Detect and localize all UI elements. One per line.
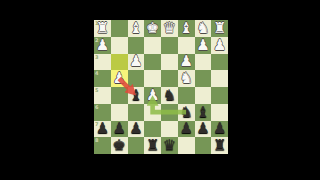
letterbox-bottom — [94, 154, 228, 180]
square-h8[interactable]: 8 — [94, 137, 111, 154]
white-pawn-g4[interactable]: ♟ — [111, 70, 128, 87]
square-a1[interactable]: ♜ — [211, 20, 228, 37]
square-a8[interactable]: ♜ — [211, 137, 228, 154]
square-h5[interactable]: 5 — [94, 87, 111, 104]
black-bishop-f5[interactable]: ♝ — [128, 87, 145, 104]
square-c3[interactable]: ♟ — [178, 54, 195, 71]
square-g2[interactable] — [111, 37, 128, 54]
square-e2[interactable] — [144, 37, 161, 54]
white-king-e1[interactable]: ♚ — [144, 20, 161, 37]
square-a3[interactable] — [211, 54, 228, 71]
square-d1[interactable]: ♛ — [161, 20, 178, 37]
square-b2[interactable]: ♟ — [195, 37, 212, 54]
square-a2[interactable]: ♟ — [211, 37, 228, 54]
black-bishop-b6[interactable]: ♝ — [195, 104, 212, 121]
square-f2[interactable] — [128, 37, 145, 54]
black-pawn-g7[interactable]: ♟ — [111, 121, 128, 138]
square-h4[interactable]: 4 — [94, 70, 111, 87]
square-h7[interactable]: 7♟ — [94, 121, 111, 138]
white-knight-b1[interactable]: ♞ — [195, 20, 212, 37]
white-pawn-h2[interactable]: ♟ — [94, 37, 111, 54]
square-f4[interactable] — [128, 70, 145, 87]
square-g6[interactable] — [111, 104, 128, 121]
square-c7[interactable]: ♟ — [178, 121, 195, 138]
square-b1[interactable]: ♞ — [195, 20, 212, 37]
square-d5[interactable]: ♞ — [161, 87, 178, 104]
square-e8[interactable]: ♜ — [144, 137, 161, 154]
white-knight-c4[interactable]: ♞ — [178, 70, 195, 87]
white-queen-d1[interactable]: ♛ — [161, 20, 178, 37]
square-f7[interactable]: ♟ — [128, 121, 145, 138]
square-h1[interactable]: 1♜ — [94, 20, 111, 37]
square-d3[interactable] — [161, 54, 178, 71]
square-g1[interactable] — [111, 20, 128, 37]
square-f8[interactable] — [128, 137, 145, 154]
rank-label: 4 — [95, 70, 98, 76]
square-d6[interactable] — [161, 104, 178, 121]
square-h2[interactable]: 2♟ — [94, 37, 111, 54]
square-b8[interactable] — [195, 137, 212, 154]
square-f1[interactable]: ♝ — [128, 20, 145, 37]
white-bishop-f1[interactable]: ♝ — [128, 20, 145, 37]
square-c4[interactable]: ♞ — [178, 70, 195, 87]
square-g3[interactable] — [111, 54, 128, 71]
square-d4[interactable] — [161, 70, 178, 87]
square-c1[interactable]: ♝ — [178, 20, 195, 37]
square-c6[interactable]: ♞ — [178, 104, 195, 121]
square-e4[interactable] — [144, 70, 161, 87]
square-e7[interactable] — [144, 121, 161, 138]
black-knight-c6[interactable]: ♞ — [178, 104, 195, 121]
square-e6[interactable] — [144, 104, 161, 121]
square-f6[interactable] — [128, 104, 145, 121]
white-pawn-b2[interactable]: ♟ — [195, 37, 212, 54]
letterbox-left — [0, 0, 94, 180]
square-f5[interactable]: ♝ — [128, 87, 145, 104]
square-g4[interactable]: ♟ — [111, 70, 128, 87]
video-frame: 1♜♝♚♛♝♞♜2♟♟♟3♟♟4♟♞5♝♟♞6♞♝7♟♟♟♟♟♟8♚♜♛♜ — [0, 0, 320, 180]
square-c8[interactable] — [178, 137, 195, 154]
black-rook-e8[interactable]: ♜ — [144, 137, 161, 154]
letterbox-top — [94, 0, 228, 20]
black-knight-d5[interactable]: ♞ — [161, 87, 178, 104]
white-rook-a1[interactable]: ♜ — [211, 20, 228, 37]
square-b5[interactable] — [195, 87, 212, 104]
white-pawn-e5[interactable]: ♟ — [144, 87, 161, 104]
black-queen-d8[interactable]: ♛ — [161, 137, 178, 154]
square-b7[interactable]: ♟ — [195, 121, 212, 138]
rank-label: 6 — [95, 104, 98, 110]
white-rook-h1[interactable]: ♜ — [94, 20, 111, 37]
square-a7[interactable]: ♟ — [211, 121, 228, 138]
square-c5[interactable] — [178, 87, 195, 104]
white-pawn-c3[interactable]: ♟ — [178, 54, 195, 71]
square-a4[interactable] — [211, 70, 228, 87]
square-b4[interactable] — [195, 70, 212, 87]
square-g5[interactable] — [111, 87, 128, 104]
square-g7[interactable]: ♟ — [111, 121, 128, 138]
square-e3[interactable] — [144, 54, 161, 71]
square-a6[interactable] — [211, 104, 228, 121]
black-king-g8[interactable]: ♚ — [111, 137, 128, 154]
black-pawn-f7[interactable]: ♟ — [128, 121, 145, 138]
square-b3[interactable] — [195, 54, 212, 71]
rank-label: 3 — [95, 54, 98, 60]
black-pawn-b7[interactable]: ♟ — [195, 121, 212, 138]
square-d7[interactable] — [161, 121, 178, 138]
square-f3[interactable]: ♟ — [128, 54, 145, 71]
chess-board[interactable]: 1♜♝♚♛♝♞♜2♟♟♟3♟♟4♟♞5♝♟♞6♞♝7♟♟♟♟♟♟8♚♜♛♜ — [94, 20, 228, 154]
square-c2[interactable] — [178, 37, 195, 54]
black-pawn-c7[interactable]: ♟ — [178, 121, 195, 138]
white-pawn-a2[interactable]: ♟ — [211, 37, 228, 54]
black-pawn-a7[interactable]: ♟ — [211, 121, 228, 138]
square-h6[interactable]: 6 — [94, 104, 111, 121]
letterbox-right — [228, 0, 320, 180]
black-rook-a8[interactable]: ♜ — [211, 137, 228, 154]
square-e5[interactable]: ♟ — [144, 87, 161, 104]
square-a5[interactable] — [211, 87, 228, 104]
square-b6[interactable]: ♝ — [195, 104, 212, 121]
square-e1[interactable]: ♚ — [144, 20, 161, 37]
square-d2[interactable] — [161, 37, 178, 54]
black-pawn-h7[interactable]: ♟ — [94, 121, 111, 138]
white-pawn-f3[interactable]: ♟ — [128, 54, 145, 71]
rank-label: 5 — [95, 87, 98, 93]
square-g8[interactable]: ♚ — [111, 137, 128, 154]
square-h3[interactable]: 3 — [94, 54, 111, 71]
square-d8[interactable]: ♛ — [161, 137, 178, 154]
white-bishop-c1[interactable]: ♝ — [178, 20, 195, 37]
rank-label: 8 — [95, 137, 98, 143]
